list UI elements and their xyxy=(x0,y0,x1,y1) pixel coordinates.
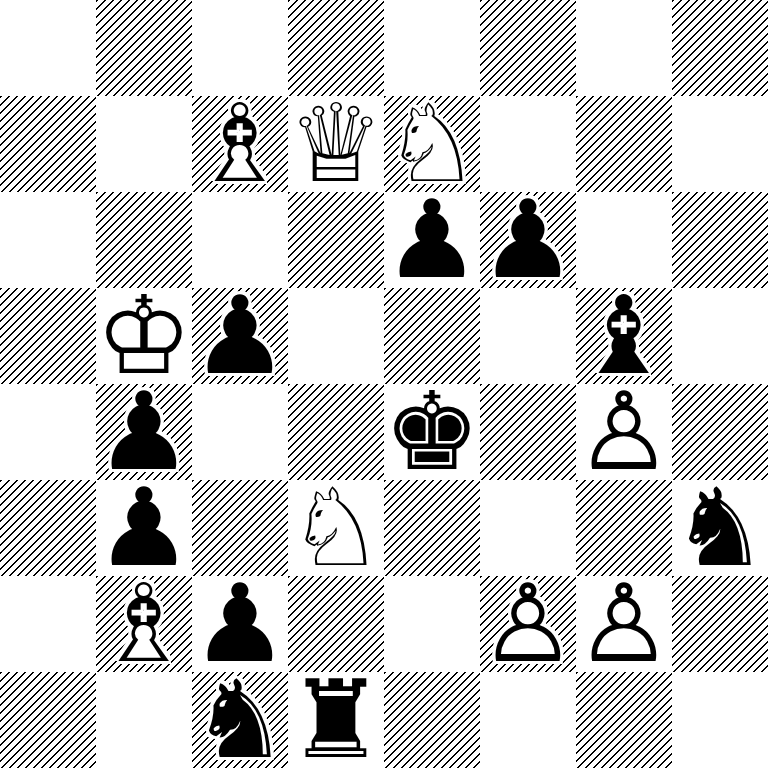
black-knight-body: ♞ xyxy=(672,480,768,576)
square-c3[interactable] xyxy=(192,480,288,576)
square-a7[interactable] xyxy=(0,96,96,192)
square-b5[interactable]: ♚♔ xyxy=(96,288,192,384)
white-king: ♚♔ xyxy=(96,288,192,384)
white-bishop-outline: ♗ xyxy=(192,96,288,192)
square-a1[interactable] xyxy=(0,672,96,768)
square-f5[interactable] xyxy=(480,288,576,384)
square-c2[interactable]: ♟ xyxy=(192,576,288,672)
white-bishop-outline: ♗ xyxy=(96,576,192,672)
white-pawn-body: ♟ xyxy=(576,576,672,672)
square-f3[interactable] xyxy=(480,480,576,576)
square-b1[interactable] xyxy=(96,672,192,768)
black-bishop: ♝ xyxy=(576,288,672,384)
square-c4[interactable] xyxy=(192,384,288,480)
square-e2[interactable] xyxy=(384,576,480,672)
square-h6[interactable] xyxy=(672,192,768,288)
square-f6[interactable]: ♟ xyxy=(480,192,576,288)
white-king-outline: ♔ xyxy=(96,288,192,384)
square-d1[interactable]: ♜ xyxy=(288,672,384,768)
square-d5[interactable] xyxy=(288,288,384,384)
white-knight: ♞♘ xyxy=(384,96,480,192)
white-knight-body: ♞ xyxy=(288,480,384,576)
black-pawn: ♟ xyxy=(192,288,288,384)
white-pawn-outline: ♙ xyxy=(480,576,576,672)
square-f4[interactable] xyxy=(480,384,576,480)
square-d8[interactable] xyxy=(288,0,384,96)
square-h7[interactable] xyxy=(672,96,768,192)
white-queen-body: ♛ xyxy=(288,96,384,192)
black-pawn-body: ♟ xyxy=(384,192,480,288)
white-knight-outline: ♘ xyxy=(288,480,384,576)
square-g6[interactable] xyxy=(576,192,672,288)
black-pawn-body: ♟ xyxy=(192,288,288,384)
square-d3[interactable]: ♞♘ xyxy=(288,480,384,576)
white-knight-outline: ♘ xyxy=(384,96,480,192)
white-bishop: ♝♗ xyxy=(192,96,288,192)
square-h3[interactable]: ♞ xyxy=(672,480,768,576)
black-pawn-body: ♟ xyxy=(480,192,576,288)
square-b2[interactable]: ♝♗ xyxy=(96,576,192,672)
white-pawn-outline: ♙ xyxy=(576,576,672,672)
white-pawn-body: ♟ xyxy=(576,384,672,480)
square-c1[interactable]: ♞ xyxy=(192,672,288,768)
square-b7[interactable] xyxy=(96,96,192,192)
white-pawn-outline: ♙ xyxy=(576,384,672,480)
square-g3[interactable] xyxy=(576,480,672,576)
square-f1[interactable] xyxy=(480,672,576,768)
black-pawn: ♟ xyxy=(96,384,192,480)
square-c5[interactable]: ♟ xyxy=(192,288,288,384)
black-king-body: ♚ xyxy=(384,384,480,480)
square-h1[interactable] xyxy=(672,672,768,768)
white-bishop-body: ♝ xyxy=(96,576,192,672)
square-c7[interactable]: ♝♗ xyxy=(192,96,288,192)
white-queen-outline: ♕ xyxy=(288,96,384,192)
square-a4[interactable] xyxy=(0,384,96,480)
square-e3[interactable] xyxy=(384,480,480,576)
square-h5[interactable] xyxy=(672,288,768,384)
square-h8[interactable] xyxy=(672,0,768,96)
square-b8[interactable] xyxy=(96,0,192,96)
white-knight: ♞♘ xyxy=(288,480,384,576)
square-a5[interactable] xyxy=(0,288,96,384)
black-pawn: ♟ xyxy=(480,192,576,288)
square-g4[interactable]: ♟♙ xyxy=(576,384,672,480)
square-h4[interactable] xyxy=(672,384,768,480)
black-bishop-body: ♝ xyxy=(576,288,672,384)
square-f2[interactable]: ♟♙ xyxy=(480,576,576,672)
square-d2[interactable] xyxy=(288,576,384,672)
white-bishop: ♝♗ xyxy=(96,576,192,672)
white-bishop-body: ♝ xyxy=(192,96,288,192)
white-pawn: ♟♙ xyxy=(576,384,672,480)
square-a3[interactable] xyxy=(0,480,96,576)
black-knight: ♞ xyxy=(672,480,768,576)
square-d4[interactable] xyxy=(288,384,384,480)
black-pawn: ♟ xyxy=(192,576,288,672)
black-knight: ♞ xyxy=(192,672,288,768)
black-pawn-body: ♟ xyxy=(96,384,192,480)
square-e4[interactable]: ♚ xyxy=(384,384,480,480)
black-knight-body: ♞ xyxy=(192,672,288,768)
square-c8[interactable] xyxy=(192,0,288,96)
square-e6[interactable]: ♟ xyxy=(384,192,480,288)
square-g1[interactable] xyxy=(576,672,672,768)
square-b3[interactable]: ♟ xyxy=(96,480,192,576)
square-g8[interactable] xyxy=(576,0,672,96)
square-a8[interactable] xyxy=(0,0,96,96)
white-pawn: ♟♙ xyxy=(576,576,672,672)
square-g2[interactable]: ♟♙ xyxy=(576,576,672,672)
square-f8[interactable] xyxy=(480,0,576,96)
chess-board: ♝♗♛♕♞♘♟♟♚♔♟♝♟♚♟♙♟♞♘♞♝♗♟♟♙♟♙♞♜ xyxy=(0,0,768,768)
square-h2[interactable] xyxy=(672,576,768,672)
black-pawn-body: ♟ xyxy=(96,480,192,576)
white-king-body: ♚ xyxy=(96,288,192,384)
square-e8[interactable] xyxy=(384,0,480,96)
square-b4[interactable]: ♟ xyxy=(96,384,192,480)
square-e1[interactable] xyxy=(384,672,480,768)
white-pawn: ♟♙ xyxy=(480,576,576,672)
white-queen: ♛♕ xyxy=(288,96,384,192)
black-rook-body: ♜ xyxy=(288,672,384,768)
square-g5[interactable]: ♝ xyxy=(576,288,672,384)
square-g7[interactable] xyxy=(576,96,672,192)
black-rook: ♜ xyxy=(288,672,384,768)
square-e7[interactable]: ♞♘ xyxy=(384,96,480,192)
white-knight-body: ♞ xyxy=(384,96,480,192)
black-pawn-body: ♟ xyxy=(192,576,288,672)
square-b6[interactable] xyxy=(96,192,192,288)
square-d6[interactable] xyxy=(288,192,384,288)
square-e5[interactable] xyxy=(384,288,480,384)
black-king: ♚ xyxy=(384,384,480,480)
square-a6[interactable] xyxy=(0,192,96,288)
white-pawn-body: ♟ xyxy=(480,576,576,672)
square-c6[interactable] xyxy=(192,192,288,288)
black-pawn: ♟ xyxy=(384,192,480,288)
square-f7[interactable] xyxy=(480,96,576,192)
black-pawn: ♟ xyxy=(96,480,192,576)
square-d7[interactable]: ♛♕ xyxy=(288,96,384,192)
square-a2[interactable] xyxy=(0,576,96,672)
